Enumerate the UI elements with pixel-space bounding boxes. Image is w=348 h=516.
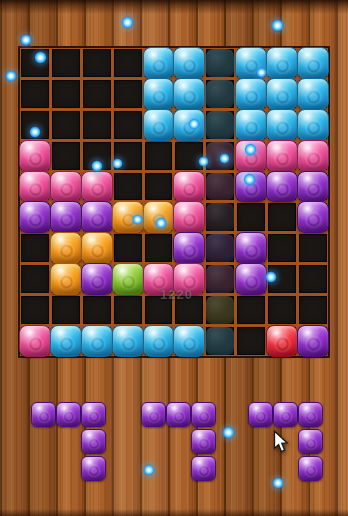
board-cell[interactable]: [21, 234, 49, 262]
board-cell[interactable]: [83, 173, 111, 201]
board-cell[interactable]: [299, 80, 327, 108]
sparkle: [243, 173, 256, 186]
tray-empty-cell: [248, 456, 271, 479]
board-cell[interactable]: [52, 173, 80, 201]
tray-block-purple: [141, 402, 166, 427]
block-cyan: [173, 325, 205, 357]
tray-block-purple: [81, 402, 106, 427]
board-cell[interactable]: [145, 142, 173, 170]
block-pink: [266, 140, 298, 172]
mouse-cursor: [273, 430, 290, 458]
block-green: [112, 263, 144, 295]
sparkle: [272, 477, 284, 489]
board-cell[interactable]: [83, 234, 111, 262]
board-cell[interactable]: [52, 80, 80, 108]
sparkle: [91, 160, 103, 172]
board-cell[interactable]: [21, 173, 49, 201]
board-cell[interactable]: [114, 80, 142, 108]
board-cell[interactable]: [52, 265, 80, 293]
clearing-block-ghost: [206, 49, 234, 77]
clearing-block-ghost: [206, 234, 234, 262]
tray-empty-cell: [166, 429, 189, 452]
board-cell[interactable]: [52, 327, 80, 355]
board-cell[interactable]: [145, 173, 173, 201]
game-screen: 1220: [0, 0, 348, 516]
board-cell[interactable]: [145, 80, 173, 108]
tray-empty-cell: [56, 456, 79, 479]
block-purple: [297, 171, 329, 203]
board-cell[interactable]: [114, 234, 142, 262]
block-cyan: [50, 325, 82, 357]
score-popup: 1220: [160, 287, 193, 302]
sparkle: [256, 67, 267, 78]
block-pink: [19, 140, 51, 172]
clearing-block-ghost: [206, 265, 234, 293]
board-cell[interactable]: [175, 80, 203, 108]
board-cell[interactable]: [206, 234, 234, 262]
board-cell[interactable]: [145, 234, 173, 262]
block-pink: [173, 171, 205, 203]
block-pink: [297, 140, 329, 172]
block-cyan: [143, 109, 175, 141]
board-cell[interactable]: [175, 173, 203, 201]
board-cell[interactable]: [114, 265, 142, 293]
board-cell[interactable]: [114, 173, 142, 201]
block-pink: [19, 171, 51, 203]
clearing-block-ghost: [206, 296, 234, 324]
block-pink: [50, 171, 82, 203]
clearing-block-ghost: [206, 327, 234, 355]
board-cell[interactable]: [21, 327, 49, 355]
board-cell[interactable]: [268, 173, 296, 201]
board-cell[interactable]: [21, 265, 49, 293]
board-cell[interactable]: [237, 265, 265, 293]
board-cell[interactable]: [83, 111, 111, 139]
block-cyan: [112, 325, 144, 357]
board-cell[interactable]: [299, 111, 327, 139]
board-cell[interactable]: [237, 327, 265, 355]
board-cell[interactable]: [175, 234, 203, 262]
sparkle: [244, 143, 257, 156]
block-cyan: [235, 78, 267, 110]
board-cell[interactable]: [299, 142, 327, 170]
sparkle: [271, 19, 284, 32]
tray-empty-cell: [166, 456, 189, 479]
board-cell[interactable]: [21, 80, 49, 108]
board-cell[interactable]: [206, 327, 234, 355]
block-purple: [297, 201, 329, 233]
sparkle: [132, 214, 143, 225]
tray-empty-cell: [273, 456, 296, 479]
board-cell[interactable]: [268, 49, 296, 77]
block-purple: [19, 201, 51, 233]
board-cell[interactable]: [21, 142, 49, 170]
block-purple: [235, 232, 267, 264]
sparkle: [219, 153, 230, 164]
board-cell[interactable]: [52, 142, 80, 170]
block-purple: [50, 201, 82, 233]
block-cyan: [143, 78, 175, 110]
board-cell[interactable]: [83, 327, 111, 355]
block-pink: [19, 325, 51, 357]
board-cell[interactable]: [299, 265, 327, 293]
board-cell[interactable]: [299, 234, 327, 262]
board-cell[interactable]: [114, 327, 142, 355]
board-cell[interactable]: [21, 296, 49, 324]
board-cell[interactable]: [83, 265, 111, 293]
board-cell[interactable]: [299, 203, 327, 231]
board-cell[interactable]: [52, 111, 80, 139]
board-cell[interactable]: [268, 111, 296, 139]
board-cell[interactable]: [237, 203, 265, 231]
board-cell[interactable]: [206, 296, 234, 324]
board-cell[interactable]: [299, 173, 327, 201]
tray-empty-cell: [248, 429, 271, 452]
board-cell[interactable]: [206, 80, 234, 108]
block-cyan: [143, 47, 175, 79]
block-cyan: [266, 109, 298, 141]
block-purple: [81, 263, 113, 295]
board-cell[interactable]: [21, 203, 49, 231]
board-cell[interactable]: [52, 203, 80, 231]
block-purple: [297, 325, 329, 357]
clearing-block-ghost: [206, 173, 234, 201]
block-purple: [173, 232, 205, 264]
sparkle: [155, 217, 167, 229]
block-red: [266, 325, 298, 357]
block-purple: [235, 263, 267, 295]
tray-empty-cell: [56, 429, 79, 452]
tray-block-purple: [56, 402, 81, 427]
board-cell[interactable]: [237, 296, 265, 324]
clearing-block-ghost: [206, 111, 234, 139]
board-cell[interactable]: [268, 203, 296, 231]
sparkle: [143, 464, 155, 476]
block-cyan: [173, 47, 205, 79]
block-pink: [81, 171, 113, 203]
block-cyan: [235, 109, 267, 141]
tray-piece-1[interactable]: [31, 402, 104, 481]
board-cell[interactable]: [299, 296, 327, 324]
board-cell[interactable]: [52, 49, 80, 77]
puzzle-board[interactable]: [18, 46, 330, 358]
tray-block-purple: [81, 456, 106, 481]
board-cell[interactable]: [206, 173, 234, 201]
block-purple: [266, 171, 298, 203]
board-cell[interactable]: [83, 49, 111, 77]
board-cell[interactable]: [237, 80, 265, 108]
tray-block-purple: [81, 429, 106, 454]
board-cell[interactable]: [268, 234, 296, 262]
sparkle: [222, 426, 235, 439]
block-purple: [81, 201, 113, 233]
sparkle: [265, 271, 277, 283]
block-orange: [81, 232, 113, 264]
clearing-block-ghost: [206, 203, 234, 231]
tray-empty-cell: [31, 456, 54, 479]
sparkle: [112, 158, 123, 169]
board-cell[interactable]: [175, 203, 203, 231]
board-cell[interactable]: [268, 327, 296, 355]
board-cell[interactable]: [114, 49, 142, 77]
sparkle: [198, 156, 209, 167]
board-cell[interactable]: [237, 234, 265, 262]
board-cell[interactable]: [268, 80, 296, 108]
board-cell[interactable]: [114, 296, 142, 324]
sparkle: [34, 51, 47, 64]
sparkle: [5, 70, 17, 82]
block-cyan: [297, 47, 329, 79]
tray-block-purple: [298, 456, 323, 481]
block-cyan: [266, 78, 298, 110]
tray-block-purple: [31, 402, 56, 427]
tray-block-purple: [298, 429, 323, 454]
tray-block-purple: [191, 429, 216, 454]
block-orange: [50, 232, 82, 264]
block-cyan: [297, 78, 329, 110]
tray-block-purple: [166, 402, 191, 427]
board-cell[interactable]: [83, 80, 111, 108]
board-cell[interactable]: [83, 296, 111, 324]
board-cell[interactable]: [175, 49, 203, 77]
tray-block-purple: [298, 402, 323, 427]
tray-block-purple: [191, 402, 216, 427]
tray-block-purple: [248, 402, 273, 427]
board-cell[interactable]: [114, 111, 142, 139]
board-cell[interactable]: [206, 49, 234, 77]
board-cell[interactable]: [175, 327, 203, 355]
tray-empty-cell: [141, 429, 164, 452]
board-cell[interactable]: [206, 111, 234, 139]
board-cell[interactable]: [268, 142, 296, 170]
board-cell[interactable]: [83, 203, 111, 231]
block-cyan: [173, 78, 205, 110]
block-orange: [50, 263, 82, 295]
board-cell[interactable]: [52, 234, 80, 262]
tray-block-purple: [273, 402, 298, 427]
block-cyan: [266, 47, 298, 79]
block-cyan: [143, 325, 175, 357]
block-cyan: [297, 109, 329, 141]
board-cell[interactable]: [299, 327, 327, 355]
sparkle: [188, 118, 200, 130]
tray-empty-cell: [31, 429, 54, 452]
sparkle: [29, 126, 41, 138]
board-cell[interactable]: [145, 49, 173, 77]
sparkle: [20, 34, 32, 46]
board-cell[interactable]: [145, 327, 173, 355]
board-cell[interactable]: [237, 111, 265, 139]
board-cell[interactable]: [299, 49, 327, 77]
sparkle: [121, 16, 134, 29]
board-cell[interactable]: [206, 203, 234, 231]
board-cell[interactable]: [52, 296, 80, 324]
tray-block-purple: [191, 456, 216, 481]
block-cyan: [81, 325, 113, 357]
board-cell[interactable]: [206, 265, 234, 293]
clearing-block-ghost: [206, 80, 234, 108]
board-cell[interactable]: [145, 111, 173, 139]
block-pink: [173, 201, 205, 233]
board-cell[interactable]: [268, 296, 296, 324]
